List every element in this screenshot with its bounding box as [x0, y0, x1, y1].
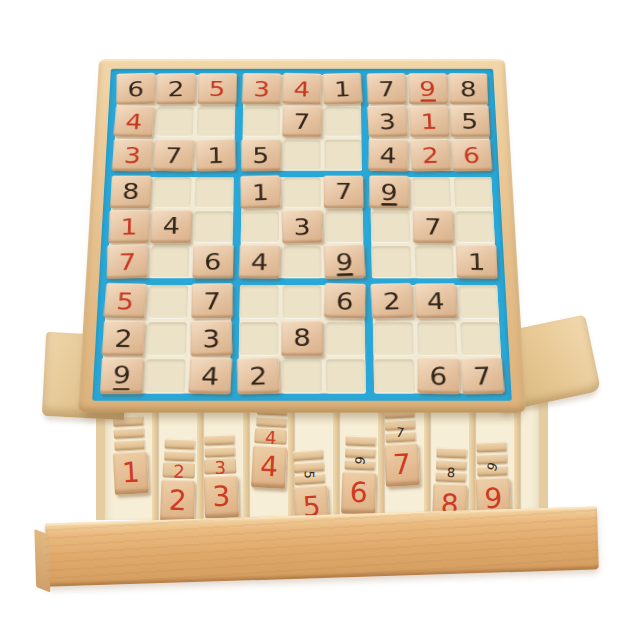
- tile-9[interactable]: 9: [408, 74, 448, 105]
- cell-r7c2: [148, 285, 188, 318]
- cell-r9c2: [145, 359, 186, 393]
- tile-3[interactable]: 3: [368, 105, 409, 137]
- tile-edge: [165, 439, 196, 450]
- tile-digit: 2: [249, 363, 267, 388]
- tile-4[interactable]: 4: [113, 105, 154, 137]
- tile-6[interactable]: 6: [451, 139, 492, 171]
- tile-digit: 8: [460, 78, 477, 99]
- cell-r5c8: 7: [413, 211, 452, 243]
- tile-digit: 4: [162, 215, 180, 237]
- cell-r5c2: 4: [152, 211, 191, 243]
- tile-digit: 6: [204, 250, 222, 273]
- cell-r9c8: 6: [418, 359, 459, 393]
- cell-r9c7: [374, 359, 415, 393]
- tile-digit: 2: [168, 78, 185, 99]
- tile-digit: 8: [293, 326, 311, 350]
- cell-r2c4: [242, 107, 279, 137]
- cell-r3c2: 7: [155, 140, 194, 170]
- cell-r9c1: 9: [101, 359, 142, 393]
- board-frame: 6254371341757983154268147617349971572394…: [78, 59, 526, 413]
- tile-1[interactable]: 1: [196, 138, 236, 171]
- drawer-slot-3: 33: [203, 396, 241, 528]
- cell-r3c3: 1: [196, 140, 234, 170]
- tile-digit: 7: [293, 111, 310, 132]
- cell-r2c9: 5: [451, 107, 490, 137]
- tile-digit: 1: [334, 78, 352, 99]
- tile-digit: 9: [112, 363, 131, 387]
- tile-digit: 5: [461, 111, 479, 132]
- tile-digit: 3: [253, 78, 270, 99]
- tile-4[interactable]: 4: [188, 357, 232, 394]
- tile-digit: 9: [381, 181, 398, 203]
- cell-r4c5: [283, 177, 321, 208]
- tile-digit: 7: [378, 78, 395, 99]
- stack-face-2[interactable]: 2: [160, 479, 196, 522]
- tile-digit: 3: [379, 111, 397, 132]
- tile-9[interactable]: 9: [324, 244, 366, 279]
- cell-r7c3: 7: [192, 285, 232, 318]
- cell-r5c3: [194, 211, 233, 243]
- cell-r1c2: 2: [157, 75, 195, 104]
- tile-2[interactable]: 2: [371, 283, 414, 319]
- sudoku-board: 6254371341757983154268147617349971572394…: [78, 59, 526, 413]
- sudoku-grid: 6254371341757983154268147617349971572394…: [92, 69, 512, 401]
- tile-edge: [292, 449, 323, 461]
- box-7: 572394: [101, 285, 232, 393]
- stack-face-4[interactable]: 4: [251, 445, 287, 489]
- cell-r4c8: [412, 177, 451, 208]
- tile-2[interactable]: 2: [102, 320, 146, 356]
- tile-5[interactable]: 5: [450, 106, 490, 137]
- tile-digit: 1: [251, 181, 269, 203]
- cell-r4c4: 1: [241, 177, 279, 208]
- tile-digit: 7: [472, 363, 492, 388]
- box-1: 6254371: [113, 75, 236, 171]
- cell-r9c9: 7: [461, 359, 502, 393]
- tile-digit: 2: [383, 289, 402, 313]
- cell-r3c8: 2: [411, 140, 450, 170]
- tile-3[interactable]: 3: [112, 139, 153, 171]
- tile-stack-3[interactable]: 33: [203, 434, 240, 518]
- edge-mark-8: 8: [446, 465, 455, 480]
- cell-r2c3: [197, 107, 235, 137]
- tile-digit: 1: [207, 144, 224, 166]
- tile-7[interactable]: 7: [460, 357, 505, 394]
- tile-5[interactable]: 5: [241, 139, 280, 171]
- cell-r1c7: 7: [368, 75, 405, 104]
- tile-2[interactable]: 2: [409, 138, 451, 171]
- tile-digit: 3: [202, 326, 220, 350]
- tile-7[interactable]: 7: [412, 210, 453, 244]
- tile-8[interactable]: 8: [449, 73, 488, 104]
- tile-digit: 7: [335, 181, 352, 203]
- cell-r5c1: 1: [109, 211, 149, 243]
- tile-digit: 4: [293, 78, 310, 99]
- sudoku-product-photo: 12233445566778896 6254371341757983154268…: [0, 0, 640, 640]
- tile-1[interactable]: 1: [240, 175, 280, 208]
- stack-face-6[interactable]: 6: [341, 471, 377, 514]
- tile-edge: [114, 427, 145, 439]
- tile-9[interactable]: 9: [370, 175, 410, 208]
- tile-edge: [476, 442, 507, 453]
- tile-7[interactable]: 7: [107, 244, 148, 279]
- cell-r4c7: 9: [370, 177, 409, 208]
- tile-4[interactable]: 4: [151, 210, 192, 243]
- tile-behind-2: 2: [163, 462, 196, 478]
- tile-edge: [436, 448, 467, 459]
- cell-r8c6: [326, 322, 366, 356]
- tile-digit: 7: [119, 250, 137, 273]
- tile-7[interactable]: 7: [191, 284, 232, 319]
- tile-digit: 6: [127, 78, 144, 99]
- cell-r8c5: 8: [282, 322, 322, 356]
- cell-r4c6: 7: [325, 177, 363, 208]
- tile-behind-4: 4: [254, 428, 287, 445]
- box-6: 971: [370, 177, 496, 279]
- cell-r6c9: 1: [457, 246, 497, 278]
- tile-3[interactable]: 3: [190, 320, 232, 356]
- tile-digit: 2: [114, 326, 133, 350]
- tile-digit: 4: [250, 250, 268, 273]
- box-5: 17349: [240, 177, 364, 279]
- tile-stack-4[interactable]: 44: [251, 404, 290, 489]
- cell-r1c4: 3: [243, 75, 280, 104]
- tile-digit: 6: [462, 144, 480, 166]
- tile-digit: 7: [165, 144, 183, 166]
- cell-r7c4: [239, 285, 278, 318]
- cell-r9c3: 4: [189, 359, 230, 393]
- drawer-slot-8: 88: [430, 396, 468, 528]
- tile-2[interactable]: 2: [157, 73, 196, 104]
- tile-digit: 9: [419, 78, 436, 99]
- cell-r1c6: 1: [324, 75, 361, 104]
- tile-stack-1[interactable]: 1: [111, 415, 149, 495]
- tile-7[interactable]: 7: [282, 106, 321, 138]
- cell-r7c7: 2: [372, 285, 412, 318]
- drawer-slot-4: 44: [249, 396, 287, 528]
- tile-6[interactable]: 6: [324, 283, 366, 319]
- cell-r5c6: [325, 211, 364, 243]
- tile-stack-6[interactable]: 66: [341, 435, 378, 514]
- tile-5[interactable]: 5: [104, 283, 148, 319]
- cell-r2c6: [324, 107, 361, 137]
- tile-digit: 9: [335, 250, 353, 273]
- cell-r5c7: [371, 211, 410, 243]
- cell-r4c9: [454, 177, 493, 208]
- cell-r3c5: [283, 140, 321, 170]
- cell-r9c5: [282, 359, 322, 393]
- tile-2[interactable]: 2: [237, 357, 280, 394]
- cell-r7c5: [282, 285, 321, 318]
- tile-digit: 7: [203, 289, 221, 313]
- cell-r4c3: [195, 177, 234, 208]
- tile-digit: 2: [421, 144, 439, 166]
- tile-digit: 4: [125, 111, 143, 132]
- drawer-slots: 12233445566778896: [113, 396, 513, 516]
- cell-r8c9: [460, 322, 501, 356]
- tile-digit: 8: [122, 181, 140, 203]
- cell-r7c9: [458, 285, 499, 318]
- cell-r9c6: [326, 359, 366, 393]
- cell-r3c9: 6: [452, 140, 491, 170]
- tile-1[interactable]: 1: [323, 73, 363, 105]
- tile-7[interactable]: 7: [324, 176, 364, 208]
- tile-5[interactable]: 5: [197, 74, 236, 105]
- tile-4[interactable]: 4: [414, 284, 457, 319]
- tile-digit: 1: [120, 215, 138, 238]
- tile-digit: 4: [200, 363, 219, 388]
- stack-face-7[interactable]: 7: [384, 443, 420, 487]
- cell-r1c3: 5: [198, 75, 235, 104]
- cell-r3c4: 5: [242, 140, 280, 170]
- tile-3[interactable]: 3: [281, 209, 322, 243]
- tile-1[interactable]: 1: [409, 106, 450, 138]
- cell-r3c7: 4: [370, 140, 408, 170]
- tile-digit: 3: [123, 144, 141, 166]
- tile-digit: 4: [380, 144, 397, 166]
- tile-edge: [164, 451, 195, 462]
- box-2: 34175: [242, 75, 363, 171]
- tile-digit: 5: [116, 289, 136, 313]
- cell-r8c1: 2: [103, 322, 144, 356]
- tile-3[interactable]: 3: [242, 73, 281, 104]
- cell-r4c1: 8: [111, 177, 150, 208]
- tile-7[interactable]: 7: [367, 73, 407, 104]
- box-3: 798315426: [368, 75, 491, 171]
- cell-r5c4: [240, 211, 279, 243]
- tile-digit: 7: [424, 215, 442, 238]
- tile-digit: 1: [420, 111, 438, 132]
- tile-stack-2[interactable]: 22: [160, 438, 197, 522]
- cell-r6c4: 4: [240, 246, 279, 278]
- tile-digit: 6: [429, 363, 447, 388]
- cell-r2c5: 7: [283, 107, 320, 137]
- tile-1[interactable]: 1: [109, 210, 150, 244]
- cell-r1c5: 4: [284, 75, 321, 104]
- cell-r9c4: 2: [238, 359, 278, 393]
- cell-r5c9: [455, 211, 495, 243]
- cell-r6c2: [150, 246, 190, 278]
- tile-8[interactable]: 8: [281, 320, 322, 355]
- cell-r6c8: [414, 246, 454, 278]
- cell-r8c7: [373, 322, 413, 356]
- tile-4[interactable]: 4: [239, 245, 280, 279]
- tile-6[interactable]: 6: [116, 73, 155, 105]
- cell-r2c8: 1: [410, 107, 448, 137]
- cell-r7c6: 6: [325, 285, 364, 318]
- stack-face-3[interactable]: 3: [204, 475, 240, 518]
- cell-r2c2: [156, 107, 194, 137]
- drawer-slot-6: 66: [339, 396, 377, 528]
- stack-face-1[interactable]: 1: [113, 451, 149, 495]
- tile-digit: 3: [293, 215, 311, 238]
- tile-1[interactable]: 1: [456, 245, 497, 279]
- tile-7[interactable]: 7: [153, 138, 195, 171]
- tile-6[interactable]: 6: [192, 245, 233, 279]
- tile-digit: 5: [252, 144, 269, 166]
- tile-digit: 6: [336, 289, 354, 313]
- cell-r7c8: 4: [415, 285, 455, 318]
- tile-4[interactable]: 4: [369, 138, 409, 171]
- tile-edge: [114, 439, 145, 451]
- drawer-slot-7: 77: [384, 396, 422, 528]
- tile-digit: 5: [208, 78, 225, 99]
- box-8: 682: [238, 285, 366, 393]
- cell-r3c1: 3: [113, 140, 152, 170]
- tile-digit: 1: [468, 250, 486, 273]
- tile-edge: [345, 436, 376, 447]
- cell-r6c7: [372, 246, 411, 278]
- cell-r6c1: 7: [107, 246, 147, 278]
- cell-r6c5: [283, 246, 322, 278]
- tile-9[interactable]: 9: [100, 358, 143, 394]
- tile-8[interactable]: 8: [110, 176, 151, 208]
- box-9: 2467: [372, 285, 503, 393]
- cell-r8c8: [417, 322, 458, 356]
- cell-r6c6: 9: [325, 246, 364, 278]
- tile-6[interactable]: 6: [417, 357, 459, 394]
- tile-behind-3: 3: [204, 458, 237, 474]
- tile-4[interactable]: 4: [282, 73, 322, 105]
- cell-r2c1: 4: [115, 107, 154, 137]
- drawer-slot-2: 22: [158, 396, 196, 528]
- cell-r8c3: 3: [191, 322, 231, 356]
- tile-edge: [256, 416, 287, 428]
- cell-r3c6: [325, 140, 363, 170]
- cell-r1c1: 6: [117, 75, 155, 104]
- tile-edge: [205, 447, 236, 458]
- drawer-slot-5: 55: [294, 396, 332, 528]
- cell-r1c8: 9: [409, 75, 447, 104]
- box-4: 81476: [107, 177, 233, 279]
- cell-r4c2: [153, 177, 192, 208]
- cell-r1c9: 8: [449, 75, 487, 104]
- edge-mark-5: 5: [302, 470, 317, 479]
- cell-r8c2: [147, 322, 188, 356]
- cell-r5c5: 3: [283, 211, 321, 243]
- cell-r2c7: 3: [369, 107, 407, 137]
- cell-r6c3: 6: [193, 246, 232, 278]
- tile-edge: [205, 435, 236, 446]
- tile-digit: 4: [426, 289, 445, 313]
- cell-r8c4: [238, 322, 278, 356]
- cell-r7c1: 5: [105, 285, 146, 318]
